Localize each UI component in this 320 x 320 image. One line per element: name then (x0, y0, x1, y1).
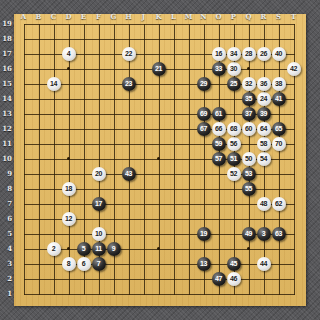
stone-white-R15[interactable]: 36 (257, 77, 271, 91)
column-label: O (214, 12, 224, 21)
stone-white-R3[interactable]: 44 (257, 257, 271, 271)
stone-black-F7[interactable]: 17 (92, 197, 106, 211)
stone-black-G4[interactable]: 9 (107, 242, 121, 256)
column-label: E (79, 12, 89, 21)
column-label: A (19, 12, 29, 21)
stone-white-R10[interactable]: 54 (257, 152, 271, 166)
row-label: 14 (0, 94, 12, 103)
column-label: G (109, 12, 119, 21)
column-label: K (154, 12, 164, 21)
stone-white-Q15[interactable]: 32 (242, 77, 256, 91)
row-label: 13 (0, 109, 12, 118)
stone-white-O17[interactable]: 16 (212, 47, 226, 61)
stone-white-D17[interactable]: 4 (62, 47, 76, 61)
row-label: 16 (0, 64, 12, 73)
star-point (67, 67, 70, 70)
stone-black-S12[interactable]: 65 (272, 122, 286, 136)
row-label: 7 (0, 199, 12, 208)
stone-white-Q10[interactable]: 50 (242, 152, 256, 166)
star-point (157, 157, 160, 160)
stone-white-D3[interactable]: 8 (62, 257, 76, 271)
stone-black-O13[interactable]: 61 (212, 107, 226, 121)
stone-black-Q8[interactable]: 55 (242, 182, 256, 196)
column-label: M (184, 12, 194, 21)
stone-white-R17[interactable]: 26 (257, 47, 271, 61)
stone-white-F9[interactable]: 20 (92, 167, 106, 181)
row-label: 18 (0, 34, 12, 43)
stone-white-R12[interactable]: 64 (257, 122, 271, 136)
row-label: 15 (0, 79, 12, 88)
column-label: L (169, 12, 179, 21)
stone-white-R14[interactable]: 24 (257, 92, 271, 106)
row-label: 12 (0, 124, 12, 133)
stone-black-N5[interactable]: 19 (197, 227, 211, 241)
stone-black-O2[interactable]: 47 (212, 272, 226, 286)
stone-black-Q9[interactable]: 53 (242, 167, 256, 181)
stone-black-Q5[interactable]: 49 (242, 227, 256, 241)
row-label: 19 (0, 19, 12, 28)
stone-black-R13[interactable]: 39 (257, 107, 271, 121)
stone-white-P9[interactable]: 52 (227, 167, 241, 181)
column-label: F (94, 12, 104, 21)
stone-black-R5[interactable]: 3 (257, 227, 271, 241)
stone-white-Q17[interactable]: 28 (242, 47, 256, 61)
stone-black-N3[interactable]: 13 (197, 257, 211, 271)
stone-white-E3[interactable]: 6 (77, 257, 91, 271)
stone-white-C4[interactable]: 2 (47, 242, 61, 256)
row-label: 10 (0, 154, 12, 163)
stone-black-N15[interactable]: 29 (197, 77, 211, 91)
stone-black-Q14[interactable]: 35 (242, 92, 256, 106)
stone-black-E4[interactable]: 5 (77, 242, 91, 256)
stone-white-S17[interactable]: 40 (272, 47, 286, 61)
stone-black-Q13[interactable]: 37 (242, 107, 256, 121)
stone-white-P2[interactable]: 46 (227, 272, 241, 286)
row-label: 1 (0, 289, 12, 298)
stone-white-D6[interactable]: 12 (62, 212, 76, 226)
stone-black-K16[interactable]: 21 (152, 62, 166, 76)
stone-white-Q12[interactable]: 60 (242, 122, 256, 136)
column-label: N (199, 12, 209, 21)
grid-line (24, 279, 295, 280)
row-label: 17 (0, 49, 12, 58)
stone-black-F3[interactable]: 7 (92, 257, 106, 271)
go-board-screenshot: ABCDEFGHJKLMNOPQRST191817161514131211109… (0, 0, 320, 320)
column-label: T (289, 12, 299, 21)
grid-line (24, 294, 295, 295)
stone-white-H17[interactable]: 22 (122, 47, 136, 61)
column-label: H (124, 12, 134, 21)
row-label: 8 (0, 184, 12, 193)
stone-white-D8[interactable]: 18 (62, 182, 76, 196)
star-point (67, 157, 70, 160)
row-label: 3 (0, 259, 12, 268)
stone-black-O10[interactable]: 57 (212, 152, 226, 166)
grid-line (24, 204, 295, 205)
stone-black-O11[interactable]: 59 (212, 137, 226, 151)
stone-black-O16[interactable]: 33 (212, 62, 226, 76)
grid-line (279, 24, 280, 295)
stone-black-P3[interactable]: 45 (227, 257, 241, 271)
star-point (157, 247, 160, 250)
row-label: 11 (0, 139, 12, 148)
grid-line (189, 24, 190, 295)
stone-white-S7[interactable]: 62 (272, 197, 286, 211)
stone-black-S14[interactable]: 41 (272, 92, 286, 106)
stone-white-P17[interactable]: 34 (227, 47, 241, 61)
stone-white-P11[interactable]: 56 (227, 137, 241, 151)
stone-white-S15[interactable]: 38 (272, 77, 286, 91)
star-point (247, 247, 250, 250)
row-label: 4 (0, 244, 12, 253)
stone-black-H9[interactable]: 43 (122, 167, 136, 181)
stone-black-P10[interactable]: 51 (227, 152, 241, 166)
column-label: R (259, 12, 269, 21)
column-label: C (49, 12, 59, 21)
stone-black-F4[interactable]: 11 (92, 242, 106, 256)
grid-line (204, 24, 205, 295)
column-label: J (139, 12, 149, 21)
star-point (247, 67, 250, 70)
row-label: 9 (0, 169, 12, 178)
stone-white-F5[interactable]: 10 (92, 227, 106, 241)
row-label: 2 (0, 274, 12, 283)
column-label: P (229, 12, 239, 21)
column-label: S (274, 12, 284, 21)
stone-black-S5[interactable]: 63 (272, 227, 286, 241)
stone-white-R11[interactable]: 58 (257, 137, 271, 151)
stone-white-T16[interactable]: 42 (287, 62, 301, 76)
stone-white-P12[interactable]: 68 (227, 122, 241, 136)
stone-black-P15[interactable]: 25 (227, 77, 241, 91)
column-label: Q (244, 12, 254, 21)
stone-white-C15[interactable]: 14 (47, 77, 61, 91)
stone-white-S11[interactable]: 70 (272, 137, 286, 151)
grid-line (174, 24, 175, 295)
stone-white-P16[interactable]: 30 (227, 62, 241, 76)
stone-black-N12[interactable]: 67 (197, 122, 211, 136)
row-label: 5 (0, 229, 12, 238)
stone-white-O12[interactable]: 66 (212, 122, 226, 136)
stone-black-H15[interactable]: 23 (122, 77, 136, 91)
stone-black-N13[interactable]: 69 (197, 107, 211, 121)
row-label: 6 (0, 214, 12, 223)
column-label: B (34, 12, 44, 21)
star-point (67, 247, 70, 250)
column-label: D (64, 12, 74, 21)
stone-white-R7[interactable]: 48 (257, 197, 271, 211)
